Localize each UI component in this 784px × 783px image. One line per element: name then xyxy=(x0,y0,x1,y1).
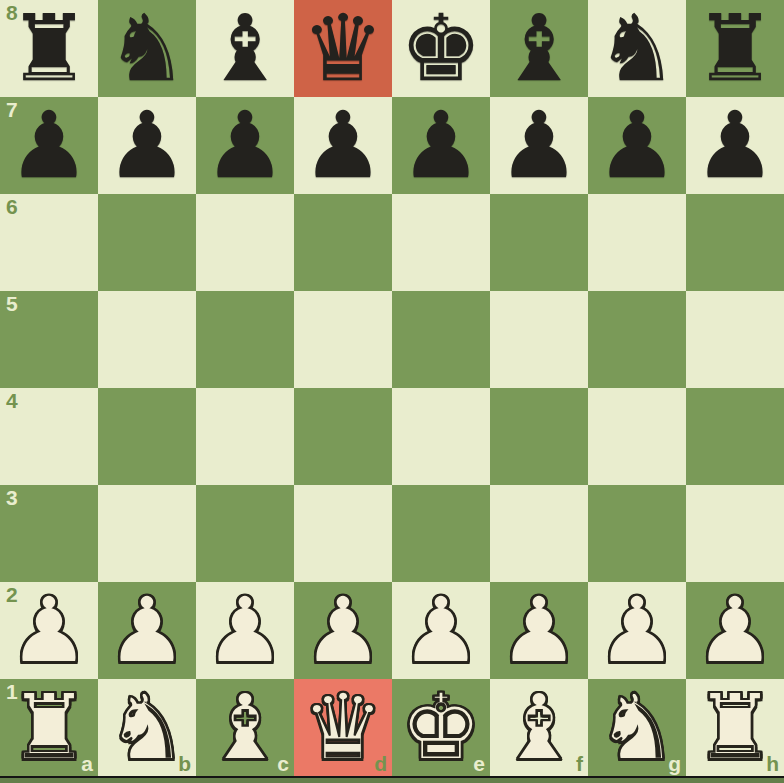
square-b5[interactable] xyxy=(98,291,196,388)
square-g1[interactable]: g♞ xyxy=(588,679,686,776)
square-b2[interactable]: ♟ xyxy=(98,582,196,679)
square-a4[interactable]: 4 xyxy=(0,388,98,485)
square-f5[interactable] xyxy=(490,291,588,388)
square-b4[interactable] xyxy=(98,388,196,485)
square-h4[interactable] xyxy=(686,388,784,485)
black-bishop-c8[interactable]: ♝ xyxy=(196,0,294,97)
square-f7[interactable]: ♟ xyxy=(490,97,588,194)
black-rook-h8[interactable]: ♜ xyxy=(686,0,784,97)
black-pawn-a7[interactable]: ♟ xyxy=(0,97,98,194)
square-f6[interactable] xyxy=(490,194,588,291)
square-b8[interactable]: ♞ xyxy=(98,0,196,97)
square-a8[interactable]: 8♜ xyxy=(0,0,98,97)
white-pawn-g2[interactable]: ♟ xyxy=(588,582,686,679)
square-a2[interactable]: 2♟ xyxy=(0,582,98,679)
square-h6[interactable] xyxy=(686,194,784,291)
square-h5[interactable] xyxy=(686,291,784,388)
rank-label-5: 5 xyxy=(6,293,18,315)
white-bishop-f1[interactable]: ♝ xyxy=(490,679,588,776)
square-c5[interactable] xyxy=(196,291,294,388)
square-b6[interactable] xyxy=(98,194,196,291)
chess-board-area: 8♜♞♝♛♚♝♞♜7♟♟♟♟♟♟♟♟65432♟♟♟♟♟♟♟♟1a♜b♞c♝d♛… xyxy=(0,0,784,783)
square-e5[interactable] xyxy=(392,291,490,388)
square-d7[interactable]: ♟ xyxy=(294,97,392,194)
square-d5[interactable] xyxy=(294,291,392,388)
square-b7[interactable]: ♟ xyxy=(98,97,196,194)
square-e3[interactable] xyxy=(392,485,490,582)
white-pawn-c2[interactable]: ♟ xyxy=(196,582,294,679)
square-b3[interactable] xyxy=(98,485,196,582)
square-h3[interactable] xyxy=(686,485,784,582)
black-pawn-b7[interactable]: ♟ xyxy=(98,97,196,194)
square-c6[interactable] xyxy=(196,194,294,291)
black-pawn-d7[interactable]: ♟ xyxy=(294,97,392,194)
rank-label-6: 6 xyxy=(6,196,18,218)
white-pawn-e2[interactable]: ♟ xyxy=(392,582,490,679)
white-knight-g1[interactable]: ♞ xyxy=(588,679,686,776)
square-c7[interactable]: ♟ xyxy=(196,97,294,194)
square-g6[interactable] xyxy=(588,194,686,291)
black-king-e8[interactable]: ♚ xyxy=(392,0,490,97)
chess-board: 8♜♞♝♛♚♝♞♜7♟♟♟♟♟♟♟♟65432♟♟♟♟♟♟♟♟1a♜b♞c♝d♛… xyxy=(0,0,784,776)
square-h8[interactable]: ♜ xyxy=(686,0,784,97)
black-knight-g8[interactable]: ♞ xyxy=(588,0,686,97)
square-d3[interactable] xyxy=(294,485,392,582)
black-pawn-f7[interactable]: ♟ xyxy=(490,97,588,194)
square-e8[interactable]: ♚ xyxy=(392,0,490,97)
black-pawn-e7[interactable]: ♟ xyxy=(392,97,490,194)
square-b1[interactable]: b♞ xyxy=(98,679,196,776)
black-pawn-g7[interactable]: ♟ xyxy=(588,97,686,194)
square-d1[interactable]: d♛ xyxy=(294,679,392,776)
square-h2[interactable]: ♟ xyxy=(686,582,784,679)
square-g8[interactable]: ♞ xyxy=(588,0,686,97)
white-pawn-a2[interactable]: ♟ xyxy=(0,582,98,679)
square-g3[interactable] xyxy=(588,485,686,582)
square-f2[interactable]: ♟ xyxy=(490,582,588,679)
square-d6[interactable] xyxy=(294,194,392,291)
square-f8[interactable]: ♝ xyxy=(490,0,588,97)
square-e6[interactable] xyxy=(392,194,490,291)
square-a6[interactable]: 6 xyxy=(0,194,98,291)
square-d8[interactable]: ♛ xyxy=(294,0,392,97)
square-a7[interactable]: 7♟ xyxy=(0,97,98,194)
white-king-e1[interactable]: ♚ xyxy=(392,679,490,776)
square-e7[interactable]: ♟ xyxy=(392,97,490,194)
square-g5[interactable] xyxy=(588,291,686,388)
square-g4[interactable] xyxy=(588,388,686,485)
white-pawn-h2[interactable]: ♟ xyxy=(686,582,784,679)
square-a5[interactable]: 5 xyxy=(0,291,98,388)
white-rook-a1[interactable]: ♜ xyxy=(0,679,98,776)
rank-label-3: 3 xyxy=(6,487,18,509)
square-d4[interactable] xyxy=(294,388,392,485)
black-bishop-f8[interactable]: ♝ xyxy=(490,0,588,97)
black-pawn-h7[interactable]: ♟ xyxy=(686,97,784,194)
black-queen-d8[interactable]: ♛ xyxy=(294,0,392,97)
square-g7[interactable]: ♟ xyxy=(588,97,686,194)
square-e1[interactable]: e♚ xyxy=(392,679,490,776)
square-c8[interactable]: ♝ xyxy=(196,0,294,97)
board-bottom-edge xyxy=(0,776,784,783)
square-f1[interactable]: f♝ xyxy=(490,679,588,776)
square-c2[interactable]: ♟ xyxy=(196,582,294,679)
white-pawn-f2[interactable]: ♟ xyxy=(490,582,588,679)
square-a3[interactable]: 3 xyxy=(0,485,98,582)
rank-label-4: 4 xyxy=(6,390,18,412)
square-c3[interactable] xyxy=(196,485,294,582)
white-pawn-d2[interactable]: ♟ xyxy=(294,582,392,679)
square-a1[interactable]: 1a♜ xyxy=(0,679,98,776)
square-e2[interactable]: ♟ xyxy=(392,582,490,679)
black-knight-b8[interactable]: ♞ xyxy=(98,0,196,97)
black-pawn-c7[interactable]: ♟ xyxy=(196,97,294,194)
square-d2[interactable]: ♟ xyxy=(294,582,392,679)
square-g2[interactable]: ♟ xyxy=(588,582,686,679)
white-rook-h1[interactable]: ♜ xyxy=(686,679,784,776)
white-pawn-b2[interactable]: ♟ xyxy=(98,582,196,679)
square-e4[interactable] xyxy=(392,388,490,485)
square-f3[interactable] xyxy=(490,485,588,582)
square-h7[interactable]: ♟ xyxy=(686,97,784,194)
white-bishop-c1[interactable]: ♝ xyxy=(196,679,294,776)
square-h1[interactable]: h♜ xyxy=(686,679,784,776)
black-rook-a8[interactable]: ♜ xyxy=(0,0,98,97)
square-c1[interactable]: c♝ xyxy=(196,679,294,776)
square-f4[interactable] xyxy=(490,388,588,485)
white-knight-b1[interactable]: ♞ xyxy=(98,679,196,776)
square-c4[interactable] xyxy=(196,388,294,485)
white-queen-d1[interactable]: ♛ xyxy=(294,679,392,776)
